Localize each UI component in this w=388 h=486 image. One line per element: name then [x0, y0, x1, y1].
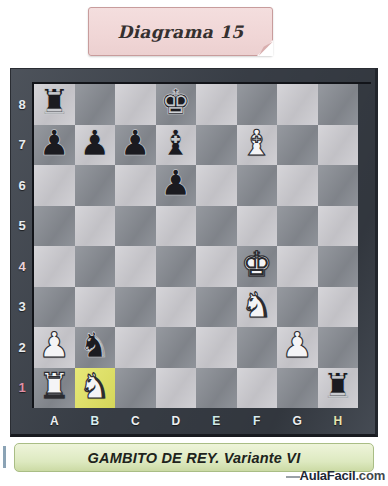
square-h8: [318, 84, 359, 125]
square-e5: [196, 206, 237, 247]
white-king-f4: ♚: [241, 247, 272, 282]
square-c5: [115, 206, 156, 247]
black-pawn-c7: ♟: [120, 126, 151, 161]
diagram-title: Diagrama 15: [118, 22, 244, 42]
watermark-rule: [286, 476, 300, 478]
square-h1: ♜: [318, 368, 359, 409]
square-a6: [34, 165, 75, 206]
rank-label-5: 5: [11, 206, 33, 247]
square-f4: ♚: [237, 246, 278, 287]
square-d2: [156, 327, 197, 368]
rank-label-4: 4: [11, 246, 33, 287]
rank-label-8: 8: [11, 84, 33, 125]
square-c8: [115, 84, 156, 125]
square-d3: [156, 287, 197, 328]
square-d6: ♟: [156, 165, 197, 206]
square-d1: [156, 368, 197, 409]
square-b6: [75, 165, 116, 206]
square-e8: [196, 84, 237, 125]
square-f2: [237, 327, 278, 368]
square-e4: [196, 246, 237, 287]
square-f3: ♞: [237, 287, 278, 328]
square-e1: [196, 368, 237, 409]
square-e3: [196, 287, 237, 328]
square-c2: [115, 327, 156, 368]
square-g2: ♟: [277, 327, 318, 368]
black-king-d8: ♚: [160, 85, 191, 120]
file-label-B: B: [75, 409, 116, 433]
square-b8: [75, 84, 116, 125]
rank-labels: 87654321: [11, 84, 33, 408]
square-d7: ♝: [156, 125, 197, 166]
square-c7: ♟: [115, 125, 156, 166]
square-e2: [196, 327, 237, 368]
watermark: AulaFacil.com: [299, 468, 385, 483]
black-pawn-a7: ♟: [39, 126, 70, 161]
square-h2: [318, 327, 359, 368]
square-a8: ♜: [34, 84, 75, 125]
square-d8: ♚: [156, 84, 197, 125]
square-f1: [237, 368, 278, 409]
square-h7: [318, 125, 359, 166]
square-g7: [277, 125, 318, 166]
square-d4: [156, 246, 197, 287]
square-h5: [318, 206, 359, 247]
square-e7: [196, 125, 237, 166]
file-label-H: H: [318, 409, 359, 433]
square-g8: [277, 84, 318, 125]
file-label-D: D: [156, 409, 197, 433]
black-bishop-d7: ♝: [160, 126, 191, 161]
page: Diagrama 15 87654321 ♜♚♟♟♟♝♝♟♚♞♟♞♟♜♞♜ AB…: [0, 0, 388, 486]
watermark-suffix: .com: [355, 468, 385, 483]
square-c1: [115, 368, 156, 409]
caption-text: GAMBITO DE REY. Variante VI: [88, 450, 301, 466]
square-a2: ♟: [34, 327, 75, 368]
file-labels: ABCDEFGH: [34, 409, 358, 433]
white-bishop-f7: ♝: [241, 126, 272, 161]
white-knight-f3: ♞: [241, 288, 272, 323]
square-b2: ♞: [75, 327, 116, 368]
black-rook-a8: ♜: [39, 85, 70, 120]
square-f7: ♝: [237, 125, 278, 166]
file-label-C: C: [115, 409, 156, 433]
square-b7: ♟: [75, 125, 116, 166]
black-pawn-b7: ♟: [79, 126, 110, 161]
board-grid: ♜♚♟♟♟♝♝♟♚♞♟♞♟♜♞♜: [34, 84, 358, 408]
square-f8: [237, 84, 278, 125]
square-h6: [318, 165, 359, 206]
file-label-A: A: [34, 409, 75, 433]
square-g5: [277, 206, 318, 247]
square-h3: [318, 287, 359, 328]
file-label-E: E: [196, 409, 237, 433]
black-rook-h1: ♜: [322, 369, 353, 404]
square-c6: [115, 165, 156, 206]
square-g4: [277, 246, 318, 287]
square-g3: [277, 287, 318, 328]
square-c3: [115, 287, 156, 328]
white-pawn-g2: ♟: [282, 328, 313, 363]
square-c4: [115, 246, 156, 287]
black-pawn-d6: ♟: [160, 166, 191, 201]
file-label-F: F: [237, 409, 278, 433]
rank-label-6: 6: [11, 165, 33, 206]
square-a3: [34, 287, 75, 328]
square-d5: [156, 206, 197, 247]
caption-left-tick: [3, 446, 6, 468]
black-knight-b2: ♞: [79, 328, 110, 363]
square-a7: ♟: [34, 125, 75, 166]
square-f5: [237, 206, 278, 247]
rank-label-7: 7: [11, 125, 33, 166]
square-h4: [318, 246, 359, 287]
square-b3: [75, 287, 116, 328]
white-pawn-a2: ♟: [39, 328, 70, 363]
watermark-brand: AulaFacil: [299, 468, 355, 483]
square-b1: ♞: [75, 368, 116, 409]
square-g1: [277, 368, 318, 409]
square-b5: [75, 206, 116, 247]
square-a1: ♜: [34, 368, 75, 409]
rank-label-1: 1: [11, 368, 33, 409]
diagram-title-banner: Diagrama 15: [88, 7, 273, 56]
square-a4: [34, 246, 75, 287]
rank-label-2: 2: [11, 327, 33, 368]
white-rook-a1: ♜: [39, 369, 70, 404]
file-label-G: G: [277, 409, 318, 433]
chess-board: 87654321 ♜♚♟♟♟♝♝♟♚♞♟♞♟♜♞♜ ABCDEFGH: [10, 68, 378, 437]
square-e6: [196, 165, 237, 206]
rank-label-3: 3: [11, 287, 33, 328]
white-knight-b1: ♞: [79, 369, 110, 404]
square-f6: [237, 165, 278, 206]
square-g6: [277, 165, 318, 206]
square-b4: [75, 246, 116, 287]
square-a5: [34, 206, 75, 247]
